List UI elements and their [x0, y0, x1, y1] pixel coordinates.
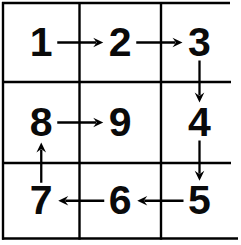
cell-r1c1: 9: [80, 82, 162, 163]
board-grid: 1 2 3 8 9 4 7 6 5: [3, 3, 238, 239]
cell-r0c1: 2: [80, 3, 162, 82]
cell-r2c0: 7: [3, 163, 80, 239]
cell-r2c1: 6: [80, 163, 162, 239]
cell-r0c0: 1: [3, 3, 80, 82]
digit: 1: [30, 22, 53, 63]
cell-r1c0: 8: [3, 82, 80, 163]
spiral-grid-diagram: 1 2 3 8 9 4 7 6 5: [0, 0, 241, 245]
digit: 8: [30, 102, 53, 143]
digit: 6: [109, 180, 132, 221]
digit: 2: [109, 22, 132, 63]
digit: 5: [188, 180, 211, 221]
digit: 9: [109, 102, 132, 143]
digit: 4: [188, 102, 211, 143]
digit: 3: [188, 22, 211, 63]
cell-r1c2: 4: [161, 82, 238, 163]
cell-r0c2: 3: [161, 3, 238, 82]
digit: 7: [30, 180, 53, 221]
cell-r2c2: 5: [161, 163, 238, 239]
